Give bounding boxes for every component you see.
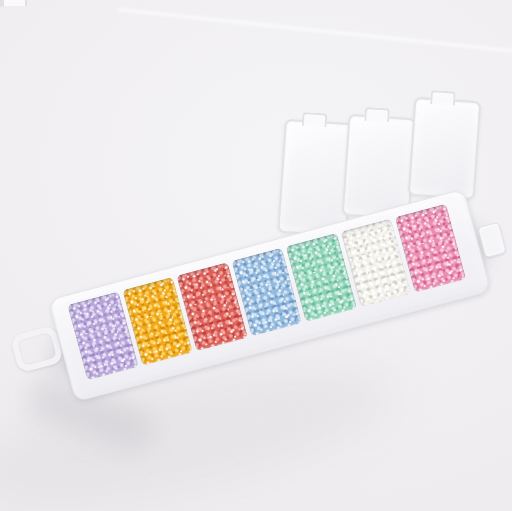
lid-latch-tab-icon	[364, 107, 390, 123]
lid-latch-tab-icon	[2, 0, 27, 6]
open-lid-7	[0, 0, 4, 4]
photo-white-tabletop	[0, 0, 512, 511]
lid-latch-tab-icon	[430, 90, 456, 106]
lid-latch-tab-icon	[301, 112, 327, 128]
backdrop-seam-line	[118, 8, 512, 59]
open-lid-3	[408, 97, 482, 200]
